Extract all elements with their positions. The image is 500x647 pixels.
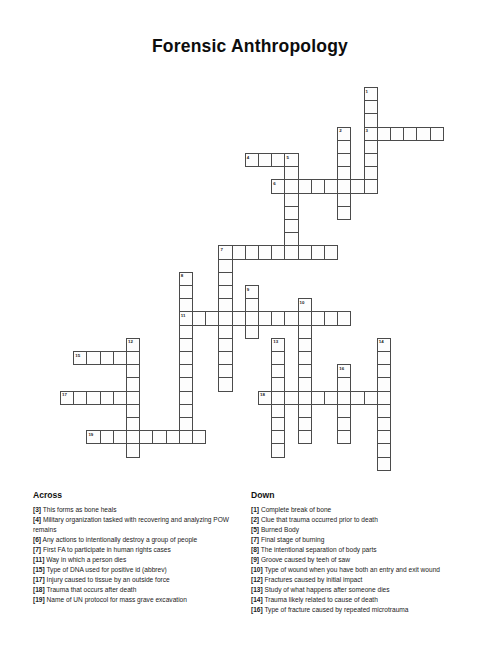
cell-r3c27[interactable] [416,127,430,141]
cell-r16c12[interactable] [218,298,232,312]
cell-r13c12[interactable] [218,259,232,273]
cell-r14c9[interactable]: 8 [179,272,193,286]
clue-4: [4] Military organization tasked with re… [33,515,246,535]
cell-r22c5[interactable] [126,377,140,391]
cell-r23c19[interactable] [311,391,325,405]
cell-r22c24[interactable] [377,377,391,391]
cell-r0c23[interactable]: 1 [364,87,378,101]
cell-r10c17[interactable] [284,219,298,233]
cell-r12c16[interactable] [271,245,285,259]
cell-r25c9[interactable] [179,417,193,431]
clue-15: [15] Type of DNA used for positive id (a… [33,565,246,575]
cell-r18c12[interactable] [218,325,232,339]
cell-r25c5[interactable] [126,417,140,431]
cell-r22c21[interactable] [337,377,351,391]
cell-r17c18[interactable] [298,311,312,325]
cell-r8c21[interactable] [337,193,351,207]
cell-r17c13[interactable] [232,311,246,325]
clue-19: [19] Name of UN protocol for mass grave … [33,595,246,605]
cell-number: 5 [286,155,288,160]
cell-r3c26[interactable] [403,127,417,141]
clue-11: [11] Way in which a person dies [33,555,246,565]
cell-r23c1[interactable] [73,391,87,405]
cell-number: 1 [366,89,368,94]
clue-13: [13] Study of what happens after someone… [251,585,457,595]
cell-r21c5[interactable] [126,364,140,378]
clue-16: [16] Type of fracture caused by repeated… [251,605,457,615]
cell-r11c17[interactable] [284,232,298,246]
cell-r20c3[interactable] [100,351,114,365]
cell-r12c12[interactable]: 7 [218,245,232,259]
cell-r27c24[interactable] [377,443,391,457]
cell-r18c14[interactable] [245,325,259,339]
cell-r21c12[interactable] [218,364,232,378]
cell-r18c9[interactable] [179,325,193,339]
cell-r25c16[interactable] [271,417,285,431]
cell-r20c2[interactable] [86,351,100,365]
cell-r17c19[interactable] [311,311,325,325]
cell-r17c14[interactable] [245,311,259,325]
cell-r19c9[interactable] [179,338,193,352]
cell-number: 17 [62,392,67,397]
cell-r6c23[interactable] [364,166,378,180]
clue-5: [5] Burned Body [251,525,457,535]
cell-r12c20[interactable] [324,245,338,259]
cell-r7c19[interactable] [311,179,325,193]
cell-r26c7[interactable] [152,430,166,444]
cell-r24c16[interactable] [271,404,285,418]
cell-number: 3 [366,128,368,133]
clue-6: [6] Any actions to intentionally destroy… [33,535,246,545]
cell-r23c3[interactable] [100,391,114,405]
cell-r16c18[interactable]: 10 [298,298,312,312]
cell-r7c16[interactable]: 6 [271,179,285,193]
cell-r23c9[interactable] [179,391,193,405]
cell-r20c18[interactable] [298,351,312,365]
cell-r26c21[interactable] [337,430,351,444]
clue-2: [2] Clue that trauma occurred prior to d… [251,515,457,525]
cell-r2c23[interactable] [364,113,378,127]
cell-r21c18[interactable] [298,364,312,378]
cell-r26c10[interactable] [192,430,206,444]
cell-r18c18[interactable] [298,325,312,339]
cell-r26c2[interactable]: 19 [86,430,100,444]
clue-8: [8] The intentional separation of body p… [251,545,457,555]
cell-r1c23[interactable] [364,100,378,114]
cell-r17c16[interactable] [271,311,285,325]
cell-r23c21[interactable] [337,391,351,405]
cell-r24c9[interactable] [179,404,193,418]
cell-r27c16[interactable] [271,443,285,457]
cell-r15c12[interactable] [218,285,232,299]
clue-9: [9] Groove caused by teeh of saw [251,555,457,565]
cell-number: 7 [220,247,222,252]
cell-number: 8 [181,273,183,278]
cell-r7c20[interactable] [324,179,338,193]
cell-r23c17[interactable] [284,391,298,405]
cell-r5c16[interactable] [271,153,285,167]
cell-r23c20[interactable] [324,391,338,405]
cell-r17c12[interactable] [218,311,232,325]
clue-17: [17] Injury caused to tissue by an outsi… [33,575,246,585]
down-header: Down [251,490,457,500]
cell-r9c21[interactable] [337,206,351,220]
cell-r7c18[interactable] [298,179,312,193]
page-title: Forensic Anthropology [0,36,500,57]
cell-number: 10 [300,300,305,305]
cell-r20c5[interactable] [126,351,140,365]
cell-r23c4[interactable] [113,391,127,405]
across-header: Across [33,490,246,500]
cell-r23c0[interactable]: 17 [60,391,74,405]
cell-r3c23[interactable]: 3 [364,127,378,141]
cell-r17c21[interactable] [337,311,351,325]
cell-r23c22[interactable] [350,391,364,405]
clue-14: [14] Trauma likely related to cause of d… [251,595,457,605]
cell-r5c23[interactable] [364,153,378,167]
cell-r15c9[interactable] [179,285,193,299]
clue-10: [10] Type of wound when you have both an… [251,565,457,575]
cell-number: 15 [75,353,80,358]
cell-r23c5[interactable] [126,391,140,405]
cell-r25c21[interactable] [337,417,351,431]
cell-r20c4[interactable] [113,351,127,365]
clue-1: [1] Complete break of bone [251,505,457,515]
cell-r3c21[interactable]: 2 [337,127,351,141]
clue-7: [7] Final stage of burning [251,535,457,545]
clue-3: [3] This forms as bone heals [33,505,246,515]
cell-r19c12[interactable] [218,338,232,352]
cell-r9c17[interactable] [284,206,298,220]
cell-number: 6 [273,181,275,186]
cell-r26c4[interactable] [113,430,127,444]
cell-r4c21[interactable] [337,140,351,154]
cell-r4c23[interactable] [364,140,378,154]
cell-number: 13 [273,339,278,344]
cell-r23c24[interactable] [377,391,391,405]
cell-r6c17[interactable] [284,166,298,180]
cell-r26c3[interactable] [100,430,114,444]
across-clues-section: Across [3] This forms as bone heals[4] M… [33,490,246,605]
cell-r3c24[interactable] [377,127,391,141]
cell-r19c24[interactable]: 14 [377,338,391,352]
cell-r25c24[interactable] [377,417,391,431]
crossword-page: Forensic Anthropology 123456789101112131… [0,0,500,647]
cell-r23c23[interactable] [364,391,378,405]
cell-number: 11 [181,313,186,318]
cell-r22c18[interactable] [298,377,312,391]
cell-r7c22[interactable] [350,179,364,193]
cell-r23c15[interactable]: 18 [258,391,272,405]
cell-number: 4 [247,155,249,160]
cell-r19c5[interactable]: 12 [126,338,140,352]
cell-r17c20[interactable] [324,311,338,325]
crossword-grid: 12345678910111213141516171819 [60,87,445,472]
cell-r26c16[interactable] [271,430,285,444]
cell-r5c15[interactable] [258,153,272,167]
cell-r23c16[interactable] [271,391,285,405]
cell-r16c9[interactable] [179,298,193,312]
cell-number: 19 [88,432,93,437]
cell-r14c12[interactable] [218,272,232,286]
cell-r27c5[interactable] [126,443,140,457]
cell-r20c24[interactable] [377,351,391,365]
across-clue-list: [3] This forms as bone heals[4] Military… [33,505,246,605]
cell-r8c17[interactable] [284,193,298,207]
cell-r20c9[interactable] [179,351,193,365]
cell-r26c5[interactable] [126,430,140,444]
cell-r12c18[interactable] [298,245,312,259]
cell-r7c21[interactable] [337,179,351,193]
cell-r20c1[interactable]: 15 [73,351,87,365]
cell-r25c18[interactable] [298,417,312,431]
cell-r26c6[interactable] [139,430,153,444]
cell-r12c19[interactable] [311,245,325,259]
cell-r23c18[interactable] [298,391,312,405]
cell-r23c2[interactable] [86,391,100,405]
cell-r19c18[interactable] [298,338,312,352]
cell-r3c25[interactable] [390,127,404,141]
cell-r26c18[interactable] [298,430,312,444]
cell-r12c15[interactable] [258,245,272,259]
cell-r16c14[interactable] [245,298,259,312]
cell-r20c16[interactable] [271,351,285,365]
cell-r17c17[interactable] [284,311,298,325]
clue-18: [18] Trauma that occurs after death [33,585,246,595]
cell-r24c21[interactable] [337,404,351,418]
cell-number: 18 [260,392,265,397]
cell-r21c9[interactable] [179,364,193,378]
cell-r6c21[interactable] [337,166,351,180]
cell-r17c11[interactable] [205,311,219,325]
cell-r28c24[interactable] [377,457,391,471]
cell-r26c24[interactable] [377,430,391,444]
cell-r15c14[interactable]: 9 [245,285,259,299]
cell-number: 14 [379,339,384,344]
cell-r24c18[interactable] [298,404,312,418]
cell-r22c9[interactable] [179,377,193,391]
cell-r5c14[interactable]: 4 [245,153,259,167]
cell-number: 16 [339,366,344,371]
clue-12: [12] Fractures caused by initial impact [251,575,457,585]
cell-r17c15[interactable] [258,311,272,325]
cell-r20c12[interactable] [218,351,232,365]
cell-r21c16[interactable] [271,364,285,378]
cell-r21c21[interactable]: 16 [337,364,351,378]
cell-r17c9[interactable]: 11 [179,311,193,325]
cell-number: 12 [128,339,133,344]
down-clue-list: [1] Complete break of bone[2] Clue that … [251,505,457,615]
cell-number: 9 [247,287,249,292]
clue-7: [7] First FA to participate in human rig… [33,545,246,555]
cell-r24c5[interactable] [126,404,140,418]
cell-r5c17[interactable]: 5 [284,153,298,167]
cell-r12c14[interactable] [245,245,259,259]
cell-r12c17[interactable] [284,245,298,259]
down-clues-section: Down [1] Complete break of bone[2] Clue … [251,490,457,615]
cell-r26c8[interactable] [166,430,180,444]
cell-r3c28[interactable] [430,127,444,141]
cell-r12c13[interactable] [232,245,246,259]
cell-r26c9[interactable] [179,430,193,444]
cell-r22c16[interactable] [271,377,285,391]
cell-r7c17[interactable] [284,179,298,193]
cell-r24c24[interactable] [377,404,391,418]
cell-r17c10[interactable] [192,311,206,325]
cell-number: 2 [339,128,341,133]
cell-r21c24[interactable] [377,364,391,378]
cell-r22c12[interactable] [218,377,232,391]
cell-r7c23[interactable] [364,179,378,193]
cell-r5c21[interactable] [337,153,351,167]
cell-r19c16[interactable]: 13 [271,338,285,352]
